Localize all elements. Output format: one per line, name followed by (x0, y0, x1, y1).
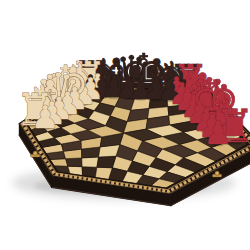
piece-white-pawn: ♟ (31, 99, 59, 135)
three-player-chess-board: ♜♞♜♝♛♚♝♞♜♜♟♞♟♟♟♟♟♟♟♟♟♟♝♞♟♟♚♝♟♛♟♟♛♝♟♟♞♚♟♟… (0, 0, 250, 250)
board-cell (82, 157, 99, 167)
board-cell (66, 158, 83, 167)
piece-red-pawn: ♟ (203, 114, 232, 152)
product-photo: ♜♞♜♝♛♚♝♞♜♜♟♞♟♟♟♟♟♟♟♟♟♟♝♞♟♟♚♝♟♛♟♟♛♝♟♟♞♚♟♟… (0, 0, 250, 250)
